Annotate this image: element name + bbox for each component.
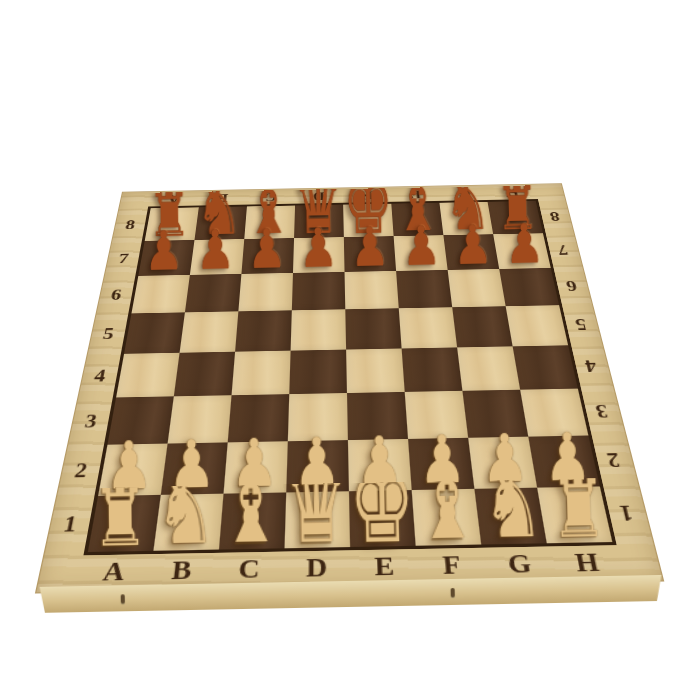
bishop-glyph: ♝ <box>416 454 479 555</box>
bishop-glyph: ♝ <box>220 458 283 559</box>
board-surface: ABCDEFGH 87654321 87654321 ABCDEFGH ♜♞♝♛… <box>35 183 664 593</box>
file-label-top-g: G <box>439 185 490 201</box>
rank-label-right-4: 4 <box>569 345 613 389</box>
file-label-top-e: E <box>343 187 392 203</box>
pieces-layer: ♜♞♝♛♚♝♞♜♟♟♟♟♟♟♟♟♟♟♟♟♟♟♟♟♜♞♝♛♚♝♞♜ <box>88 201 612 552</box>
piece-white-bishop-c1[interactable]: ♝ <box>218 484 285 549</box>
piece-black-pawn-c7[interactable]: ♟ <box>241 223 293 274</box>
chess-set-photo: ABCDEFGH 87654321 87654321 ABCDEFGH ♜♞♝♛… <box>0 0 700 700</box>
piece-black-pawn-f7[interactable]: ♟ <box>395 220 448 271</box>
file-label-top-f: F <box>391 186 441 202</box>
file-label-top-c: C <box>246 189 295 205</box>
pawn-glyph: ♟ <box>144 224 184 279</box>
piece-white-queen-d1[interactable]: ♛ <box>283 483 350 548</box>
file-label-top-a: A <box>148 191 199 207</box>
hinge-pin-right <box>450 588 454 597</box>
pawn-glyph: ♟ <box>195 223 235 278</box>
piece-black-pawn-d7[interactable]: ♟ <box>292 222 344 273</box>
rank-label-right-7: 7 <box>544 233 583 268</box>
piece-black-pawn-e7[interactable]: ♟ <box>344 221 397 272</box>
piece-black-pawn-b7[interactable]: ♟ <box>189 224 241 275</box>
rook-glyph: ♜ <box>92 477 149 558</box>
king-glyph: ♚ <box>348 444 416 559</box>
rank-label-right-8: 8 <box>537 200 574 233</box>
file-label-top-d: D <box>294 188 343 204</box>
piece-black-pawn-g7[interactable]: ♟ <box>446 219 499 270</box>
chess-board: ABCDEFGH 87654321 87654321 ABCDEFGH ♜♞♝♛… <box>35 183 664 593</box>
pawn-glyph: ♟ <box>350 220 390 275</box>
knight-glyph: ♞ <box>155 468 217 559</box>
rook-glyph: ♜ <box>549 468 608 549</box>
piece-white-king-e1[interactable]: ♚ <box>349 482 416 547</box>
pawn-glyph: ♟ <box>453 218 493 273</box>
piece-white-knight-g1[interactable]: ♞ <box>480 479 547 544</box>
pawn-glyph: ♟ <box>401 219 441 274</box>
piece-white-knight-b1[interactable]: ♞ <box>153 486 219 551</box>
file-label-top-b: B <box>197 190 247 206</box>
piece-white-rook-a1[interactable]: ♜ <box>87 487 153 552</box>
queen-glyph: ♛ <box>283 448 350 560</box>
knight-glyph: ♞ <box>481 461 544 552</box>
pawn-glyph: ♟ <box>298 221 338 276</box>
pawn-glyph: ♟ <box>504 217 544 272</box>
piece-white-bishop-f1[interactable]: ♝ <box>414 481 481 546</box>
hinge-pin-left <box>121 594 125 603</box>
file-label-top-h: H <box>487 184 538 200</box>
piece-black-pawn-a7[interactable]: ♟ <box>138 225 190 276</box>
piece-white-rook-h1[interactable]: ♜ <box>545 478 612 543</box>
pawn-glyph: ♟ <box>247 222 287 277</box>
